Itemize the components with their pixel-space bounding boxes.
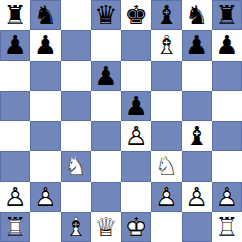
square-h4[interactable] [212,121,242,151]
piece-white-knight[interactable]: ♞♘ [61,151,91,181]
piece-outline-glyph: ♗ [61,212,91,242]
square-c8[interactable] [61,0,91,30]
square-g7[interactable]: ♟ [182,30,212,60]
square-g3[interactable] [182,151,212,181]
piece-white-rook[interactable]: ♜♖ [212,212,242,242]
chess-board: ♜♞♛♚♝♞♜♟♟♝♗♟♟♟♟♟♙♝♞♘♞♘♟♙♟♙♟♙♟♙♟♙♜♖♝♗♛♕♚♔… [0,0,242,242]
square-a1[interactable]: ♜♖ [0,212,30,242]
square-f6[interactable] [151,61,181,91]
piece-white-pawn[interactable]: ♟♙ [182,182,212,212]
piece-black-king[interactable]: ♚ [121,0,151,30]
piece-white-bishop[interactable]: ♝♗ [151,30,181,60]
square-g2[interactable]: ♟♙ [182,182,212,212]
piece-white-pawn[interactable]: ♟♙ [30,182,60,212]
square-c1[interactable]: ♝♗ [61,212,91,242]
square-h5[interactable] [212,91,242,121]
square-d2[interactable] [91,182,121,212]
square-e4[interactable]: ♟♙ [121,121,151,151]
square-d4[interactable] [91,121,121,151]
square-c3[interactable]: ♞♘ [61,151,91,181]
square-g5[interactable] [182,91,212,121]
square-h3[interactable] [212,151,242,181]
square-f8[interactable]: ♝ [151,0,181,30]
piece-black-rook[interactable]: ♜ [212,0,242,30]
piece-white-pawn[interactable]: ♟♙ [151,182,181,212]
piece-outline-glyph: ♗ [151,30,181,60]
square-c2[interactable] [61,182,91,212]
square-b1[interactable] [30,212,60,242]
square-f1[interactable] [151,212,181,242]
square-g6[interactable] [182,61,212,91]
piece-outline-glyph: ♙ [151,182,181,212]
square-h8[interactable]: ♜ [212,0,242,30]
piece-outline-glyph: ♙ [121,121,151,151]
square-c4[interactable] [61,121,91,151]
square-a8[interactable]: ♜ [0,0,30,30]
piece-black-bishop[interactable]: ♝ [151,0,181,30]
square-c6[interactable] [61,61,91,91]
piece-white-knight[interactable]: ♞♘ [151,151,181,181]
square-f5[interactable] [151,91,181,121]
square-g8[interactable]: ♞ [182,0,212,30]
piece-outline-glyph: ♘ [151,151,181,181]
piece-black-pawn[interactable]: ♟ [182,30,212,60]
square-g4[interactable]: ♝ [182,121,212,151]
square-f2[interactable]: ♟♙ [151,182,181,212]
square-e1[interactable]: ♚♔ [121,212,151,242]
square-b4[interactable] [30,121,60,151]
square-f3[interactable]: ♞♘ [151,151,181,181]
square-a7[interactable]: ♟ [0,30,30,60]
square-b6[interactable] [30,61,60,91]
square-e3[interactable] [121,151,151,181]
square-h6[interactable] [212,61,242,91]
piece-black-knight[interactable]: ♞ [30,0,60,30]
square-d6[interactable]: ♟ [91,61,121,91]
square-a6[interactable] [0,61,30,91]
square-b2[interactable]: ♟♙ [30,182,60,212]
square-a2[interactable]: ♟♙ [0,182,30,212]
piece-outline-glyph: ♔ [121,212,151,242]
piece-outline-glyph: ♕ [91,212,121,242]
square-g1[interactable] [182,212,212,242]
piece-outline-glyph: ♙ [30,182,60,212]
piece-white-rook[interactable]: ♜♖ [0,212,30,242]
square-e8[interactable]: ♚ [121,0,151,30]
square-e2[interactable] [121,182,151,212]
square-f7[interactable]: ♝♗ [151,30,181,60]
piece-black-pawn[interactable]: ♟ [91,61,121,91]
piece-black-pawn[interactable]: ♟ [30,30,60,60]
piece-outline-glyph: ♘ [61,151,91,181]
piece-black-knight[interactable]: ♞ [182,0,212,30]
square-d7[interactable] [91,30,121,60]
square-h2[interactable]: ♟♙ [212,182,242,212]
piece-white-queen[interactable]: ♛♕ [91,212,121,242]
piece-white-pawn[interactable]: ♟♙ [0,182,30,212]
square-h1[interactable]: ♜♖ [212,212,242,242]
piece-black-pawn[interactable]: ♟ [0,30,30,60]
square-b8[interactable]: ♞ [30,0,60,30]
piece-white-bishop[interactable]: ♝♗ [61,212,91,242]
piece-black-rook[interactable]: ♜ [0,0,30,30]
piece-outline-glyph: ♖ [212,212,242,242]
piece-outline-glyph: ♙ [0,182,30,212]
square-d1[interactable]: ♛♕ [91,212,121,242]
square-f4[interactable] [151,121,181,151]
square-e6[interactable] [121,61,151,91]
piece-outline-glyph: ♙ [182,182,212,212]
piece-white-king[interactable]: ♚♔ [121,212,151,242]
piece-white-pawn[interactable]: ♟♙ [212,182,242,212]
piece-black-queen[interactable]: ♛ [91,0,121,30]
square-h7[interactable]: ♟ [212,30,242,60]
square-c7[interactable] [61,30,91,60]
square-c5[interactable] [61,91,91,121]
piece-black-bishop[interactable]: ♝ [182,121,212,151]
square-b5[interactable] [30,91,60,121]
square-d3[interactable] [91,151,121,181]
piece-black-pawn[interactable]: ♟ [121,91,151,121]
square-a3[interactable] [0,151,30,181]
square-a5[interactable] [0,91,30,121]
piece-white-pawn[interactable]: ♟♙ [121,121,151,151]
piece-black-pawn[interactable]: ♟ [212,30,242,60]
square-e7[interactable] [121,30,151,60]
square-e5[interactable]: ♟ [121,91,151,121]
square-d8[interactable]: ♛ [91,0,121,30]
square-b3[interactable] [30,151,60,181]
piece-outline-glyph: ♙ [212,182,242,212]
square-a4[interactable] [0,121,30,151]
square-b7[interactable]: ♟ [30,30,60,60]
square-d5[interactable] [91,91,121,121]
piece-outline-glyph: ♖ [0,212,30,242]
